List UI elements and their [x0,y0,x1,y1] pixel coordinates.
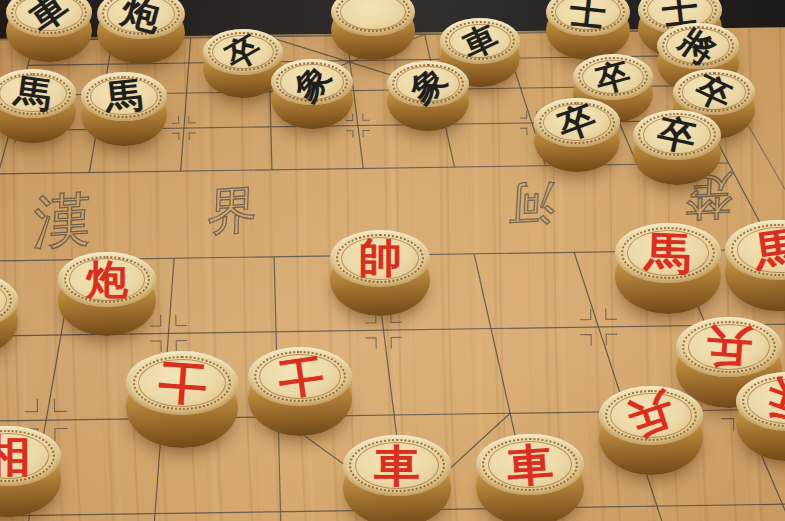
piece-red-advisor[interactable]: 士 [248,347,352,436]
piece-face: 士 [248,347,352,406]
piece-face: 卒 [673,69,755,116]
piece-face: 馬 [615,223,721,283]
piece-character: 士 [124,349,240,417]
piece-face: 帥 [330,230,430,287]
piece-black-soldier[interactable]: 卒 [534,98,620,172]
piece-red-soldier[interactable]: 兵 [599,386,703,475]
piece-black-horse[interactable]: 馬 [0,69,76,143]
piece-red-horse[interactable]: 馬 [725,220,785,311]
piece-face: 馬 [0,69,76,118]
piece-face: 相 [0,426,61,486]
piece-face: 士 [546,0,630,36]
piece-character [331,0,415,34]
piece-character: 炮 [58,253,156,306]
piece-face: 士 [126,351,238,415]
xiangqi-photo-scene: 漢界河楚 士士車炮車將卒卒象象卒馬馬卒卒馬馬帥炮炮兵士士兵兵相車車 [0,0,785,521]
piece-face: 馬 [725,220,785,280]
piece-red-general[interactable]: 帥 [330,230,430,316]
piece-red-cannon[interactable]: 炮 [58,252,156,336]
piece-red-chariot[interactable]: 車 [343,435,451,521]
piece-character: 馬 [0,65,79,123]
piece-face: 車 [476,434,584,495]
piece-black-cannon-top-hidden[interactable] [331,0,415,60]
piece-black-advisor[interactable]: 士 [546,0,630,60]
piece-character: 炮 [0,275,18,327]
piece-character: 相 [0,428,61,485]
piece-black-elephant[interactable]: 象 [271,59,353,130]
piece-character: 車 [474,431,586,497]
piece-red-elephant[interactable]: 相 [0,426,61,517]
piece-red-cannon[interactable]: 炮 [0,273,18,356]
piece-face: 炮 [58,252,156,308]
piece-black-chariot[interactable]: 車 [6,0,92,62]
piece-face: 象 [271,59,353,106]
piece-black-elephant[interactable]: 象 [387,61,469,132]
piece-face [331,0,415,36]
piece-red-soldier[interactable]: 兵 [736,372,785,461]
piece-character: 馬 [614,223,722,284]
piece-character: 馬 [722,215,785,286]
piece-black-cannon[interactable]: 炮 [97,0,185,64]
piece-red-horse[interactable]: 馬 [615,223,721,314]
piece-face: 兵 [599,386,703,445]
piece-red-chariot[interactable]: 車 [476,434,584,521]
piece-character: 帥 [330,231,430,285]
piece-character: 馬 [79,69,169,124]
piece-character: 車 [343,436,451,494]
piece-face: 車 [343,435,451,496]
piece-face: 象 [387,61,469,108]
piece-black-soldier[interactable]: 卒 [633,110,721,186]
piece-face: 炮 [0,273,18,327]
pieces-layer: 士士車炮車將卒卒象象卒馬馬卒卒馬馬帥炮炮兵士士兵兵相車車 [0,0,785,521]
piece-face: 卒 [534,98,620,147]
piece-face: 卒 [573,54,653,99]
piece-black-horse[interactable]: 馬 [81,72,167,146]
piece-face: 卒 [633,110,721,160]
piece-face: 馬 [81,72,167,121]
piece-red-advisor[interactable]: 士 [126,351,238,447]
